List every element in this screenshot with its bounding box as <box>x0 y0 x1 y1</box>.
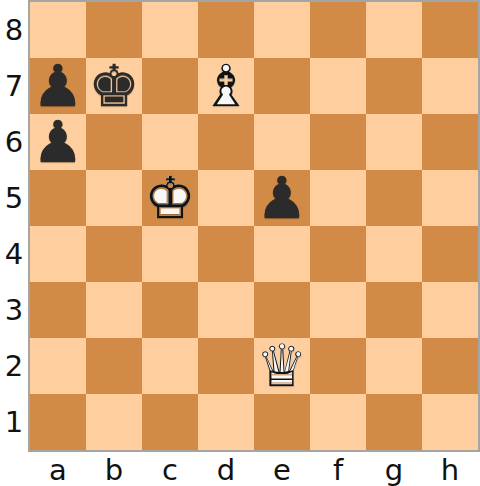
square-d1[interactable] <box>198 394 254 450</box>
rank-label-5: 5 <box>0 170 28 226</box>
black-pawn-glyph: ♟ <box>30 114 86 170</box>
black-king[interactable]: ♚ <box>86 58 142 114</box>
square-b7[interactable]: ♚ <box>86 58 142 114</box>
square-h6[interactable] <box>422 114 478 170</box>
square-h4[interactable] <box>422 226 478 282</box>
square-g2[interactable] <box>366 338 422 394</box>
square-c5[interactable]: ♚♔ <box>142 170 198 226</box>
square-a3[interactable] <box>30 282 86 338</box>
square-c1[interactable] <box>142 394 198 450</box>
square-h5[interactable] <box>422 170 478 226</box>
square-g4[interactable] <box>366 226 422 282</box>
square-g8[interactable] <box>366 2 422 58</box>
square-h2[interactable] <box>422 338 478 394</box>
square-c4[interactable] <box>142 226 198 282</box>
square-d7[interactable]: ♝♗ <box>198 58 254 114</box>
square-e2[interactable]: ♛♕ <box>254 338 310 394</box>
square-d8[interactable] <box>198 2 254 58</box>
file-label-g: g <box>366 454 422 486</box>
white-bishop[interactable]: ♝♗ <box>198 58 254 114</box>
file-labels: abcdefgh <box>30 454 478 486</box>
rank-label-6: 6 <box>0 114 28 170</box>
square-b4[interactable] <box>86 226 142 282</box>
white-king[interactable]: ♚♔ <box>142 170 198 226</box>
file-label-a: a <box>30 454 86 486</box>
square-f3[interactable] <box>310 282 366 338</box>
black-pawn[interactable]: ♟ <box>30 58 86 114</box>
square-e3[interactable] <box>254 282 310 338</box>
square-h3[interactable] <box>422 282 478 338</box>
white-bishop-glyph: ♝ <box>198 58 254 114</box>
white-king-glyph: ♚ <box>142 170 198 226</box>
square-a2[interactable] <box>30 338 86 394</box>
square-g5[interactable] <box>366 170 422 226</box>
square-b8[interactable] <box>86 2 142 58</box>
square-e1[interactable] <box>254 394 310 450</box>
black-pawn[interactable]: ♟ <box>254 170 310 226</box>
square-d6[interactable] <box>198 114 254 170</box>
white-bishop-outline-glyph: ♗ <box>198 58 254 114</box>
square-a1[interactable] <box>30 394 86 450</box>
black-pawn-glyph: ♟ <box>254 170 310 226</box>
square-a6[interactable]: ♟ <box>30 114 86 170</box>
square-g1[interactable] <box>366 394 422 450</box>
square-b3[interactable] <box>86 282 142 338</box>
square-e5[interactable]: ♟ <box>254 170 310 226</box>
square-f8[interactable] <box>310 2 366 58</box>
black-pawn[interactable]: ♟ <box>30 114 86 170</box>
square-a4[interactable] <box>30 226 86 282</box>
square-g7[interactable] <box>366 58 422 114</box>
square-h7[interactable] <box>422 58 478 114</box>
square-h8[interactable] <box>422 2 478 58</box>
square-a7[interactable]: ♟ <box>30 58 86 114</box>
black-pawn-glyph: ♟ <box>30 58 86 114</box>
square-c6[interactable] <box>142 114 198 170</box>
square-e8[interactable] <box>254 2 310 58</box>
square-c2[interactable] <box>142 338 198 394</box>
white-queen[interactable]: ♛♕ <box>254 338 310 394</box>
white-queen-outline-glyph: ♕ <box>254 338 310 394</box>
black-king-glyph: ♚ <box>86 58 142 114</box>
square-a5[interactable] <box>30 170 86 226</box>
square-c8[interactable] <box>142 2 198 58</box>
file-label-h: h <box>422 454 478 486</box>
rank-label-4: 4 <box>0 226 28 282</box>
square-b5[interactable] <box>86 170 142 226</box>
rank-label-2: 2 <box>0 338 28 394</box>
board-squares: ♟♚♝♗♟♚♔♟♛♕ <box>30 2 478 450</box>
square-e6[interactable] <box>254 114 310 170</box>
rank-label-8: 8 <box>0 2 28 58</box>
white-queen-glyph: ♛ <box>254 338 310 394</box>
chess-board: ♟♚♝♗♟♚♔♟♛♕ <box>28 0 480 452</box>
file-label-c: c <box>142 454 198 486</box>
square-g3[interactable] <box>366 282 422 338</box>
square-b2[interactable] <box>86 338 142 394</box>
square-f5[interactable] <box>310 170 366 226</box>
square-h1[interactable] <box>422 394 478 450</box>
file-label-b: b <box>86 454 142 486</box>
square-c7[interactable] <box>142 58 198 114</box>
chess-board-diagram: 87654321 ♟♚♝♗♟♚♔♟♛♕ abcdefgh <box>0 0 480 486</box>
rank-label-1: 1 <box>0 394 28 450</box>
square-f2[interactable] <box>310 338 366 394</box>
square-g6[interactable] <box>366 114 422 170</box>
square-f4[interactable] <box>310 226 366 282</box>
square-f7[interactable] <box>310 58 366 114</box>
square-c3[interactable] <box>142 282 198 338</box>
square-e7[interactable] <box>254 58 310 114</box>
square-f1[interactable] <box>310 394 366 450</box>
square-a8[interactable] <box>30 2 86 58</box>
file-label-e: e <box>254 454 310 486</box>
square-d5[interactable] <box>198 170 254 226</box>
rank-label-7: 7 <box>0 58 28 114</box>
white-king-outline-glyph: ♔ <box>142 170 198 226</box>
square-d4[interactable] <box>198 226 254 282</box>
square-e4[interactable] <box>254 226 310 282</box>
rank-labels: 87654321 <box>0 2 28 450</box>
square-d2[interactable] <box>198 338 254 394</box>
square-b1[interactable] <box>86 394 142 450</box>
square-b6[interactable] <box>86 114 142 170</box>
square-d3[interactable] <box>198 282 254 338</box>
file-label-f: f <box>310 454 366 486</box>
rank-label-3: 3 <box>0 282 28 338</box>
square-f6[interactable] <box>310 114 366 170</box>
file-label-d: d <box>198 454 254 486</box>
